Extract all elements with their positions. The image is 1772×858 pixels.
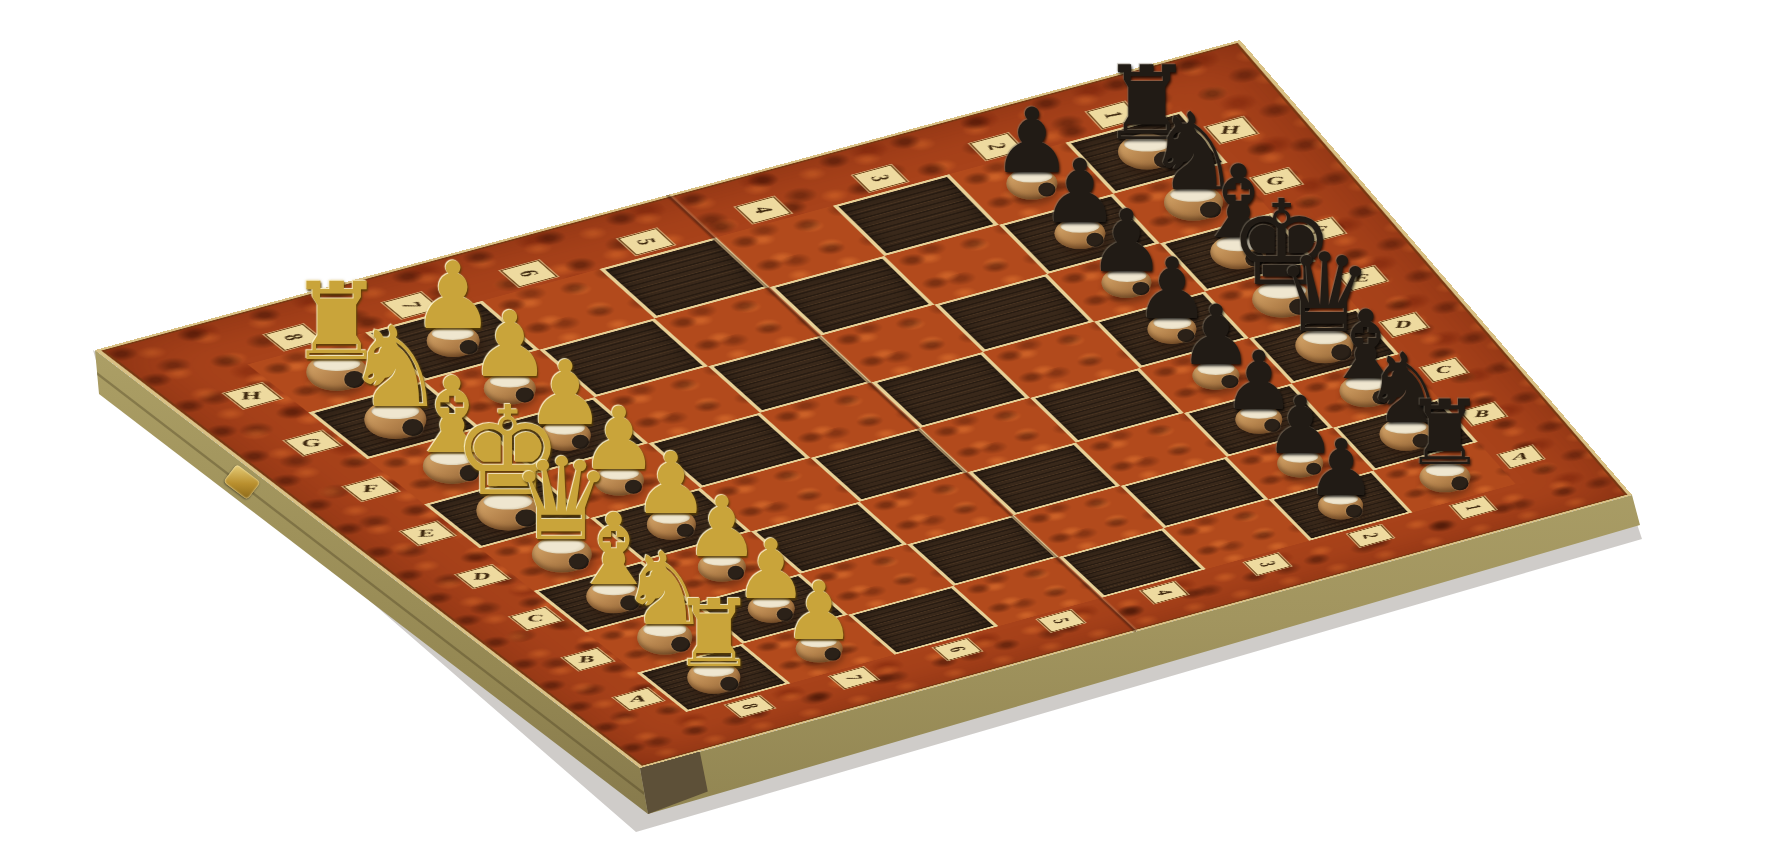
coord-label-text: H [1219,123,1241,137]
coord-label-B: B [561,648,613,671]
coord-label-text: F [362,482,379,495]
coord-label-A: A [1497,445,1543,468]
coord-label-G: G [1250,168,1302,195]
coord-label-text: G [301,436,322,449]
coord-label-G: G [283,430,340,456]
coord-label-D: D [455,565,509,589]
coord-label-text: 7 [394,300,426,310]
coord-label-text: 8 [735,702,763,711]
coord-label-text: C [1433,364,1453,377]
coord-label-A: A [612,688,663,710]
coord-label-text: H [241,389,262,403]
coord-label-text: 5 [629,236,661,246]
coord-label-C: C [1419,358,1467,382]
chess-board: 87654321 87654321 HGFEDCBA HGFEDCBA [95,40,1632,768]
chess-set-photo: 87654321 87654321 HGFEDCBA HGFEDCBA ♜♟♟♜… [0,0,1772,858]
coord-label-text: 3 [864,173,895,183]
coord-label-text: 4 [1150,588,1177,597]
coord-label-H: H [222,383,281,409]
coord-label-text: D [1393,318,1413,331]
coord-label-H: H [1204,116,1257,143]
coord-label-E: E [1337,265,1387,290]
coord-label-E: E [399,521,454,545]
coord-label-text: B [579,653,596,665]
coord-label-text: B [1473,408,1492,420]
coord-label-text: C [526,612,545,624]
coord-label-text: 6 [943,645,970,654]
coord-label-text: 2 [981,141,1012,151]
coord-label-text: 5 [1047,616,1074,625]
coord-label-text: A [629,693,647,705]
coord-label-F: F [342,476,398,501]
coord-label-text: 7 [839,673,867,682]
coord-label-text: A [1511,451,1531,463]
coord-label-text: E [1352,272,1371,285]
coord-label-text: 4 [747,205,778,215]
coord-label-text: D [472,570,491,582]
coord-label-text: 6 [512,268,544,278]
coord-label-text: 8 [276,332,309,342]
coord-label-D: D [1379,312,1428,337]
coord-label-text: 3 [1253,560,1280,569]
coord-label-text: F [1310,224,1328,237]
coord-label-text: 1 [1097,110,1128,121]
coord-label-B: B [1459,402,1506,426]
coord-label-text: E [418,527,436,540]
coord-label-text: G [1265,174,1287,188]
coord-label-text: 1 [1459,503,1485,512]
coord-label-text: 2 [1357,531,1384,540]
coord-label-F: F [1294,217,1345,243]
coord-label-C: C [509,607,562,630]
